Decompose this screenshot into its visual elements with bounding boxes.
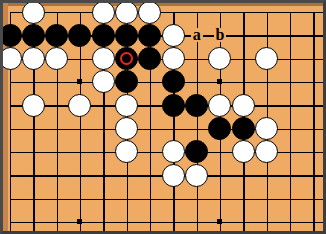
white-stone xyxy=(162,47,185,70)
board-cell xyxy=(278,47,301,70)
board-cell xyxy=(232,164,255,187)
board-cell xyxy=(185,187,208,210)
black-stone xyxy=(68,24,91,47)
board-cell xyxy=(208,164,231,187)
board-cell xyxy=(185,94,208,117)
board-cell xyxy=(255,0,278,23)
board-cell xyxy=(22,0,45,23)
white-stone xyxy=(138,1,161,24)
black-stone xyxy=(92,24,115,47)
white-stone xyxy=(22,1,45,24)
board-cell xyxy=(162,94,185,117)
board-cell xyxy=(255,117,278,140)
black-stone xyxy=(138,47,161,70)
point-label-a: a xyxy=(191,28,203,42)
board-cell xyxy=(45,0,68,23)
board-cell xyxy=(162,117,185,140)
board-cell xyxy=(0,0,22,23)
board-cell: b xyxy=(208,24,231,47)
board-cell xyxy=(232,0,255,23)
board-cell xyxy=(185,70,208,93)
white-stone xyxy=(208,47,231,70)
white-stone xyxy=(115,1,138,24)
board-cell xyxy=(138,140,161,163)
board-cell xyxy=(0,24,22,47)
board-cell xyxy=(92,70,115,93)
board-cell xyxy=(185,0,208,23)
board-cell xyxy=(138,164,161,187)
board-cell xyxy=(255,140,278,163)
board-cell xyxy=(22,210,45,233)
board-cell xyxy=(302,210,325,233)
board-cell xyxy=(232,187,255,210)
board-cell xyxy=(302,70,325,93)
board-cell xyxy=(0,94,22,117)
white-stone xyxy=(0,47,22,70)
board-cell xyxy=(45,70,68,93)
board-cell xyxy=(22,140,45,163)
black-stone xyxy=(45,24,68,47)
board-cell xyxy=(92,187,115,210)
white-stone xyxy=(115,117,138,140)
board-cell xyxy=(68,0,91,23)
board-cell xyxy=(208,187,231,210)
board-cell xyxy=(138,117,161,140)
board-cell: a xyxy=(185,24,208,47)
board-cell xyxy=(68,140,91,163)
board-cell xyxy=(45,117,68,140)
board-cell xyxy=(92,140,115,163)
white-stone xyxy=(232,140,255,163)
board-cell xyxy=(255,24,278,47)
board-cell xyxy=(185,164,208,187)
board-cell xyxy=(185,47,208,70)
red-circle-mark xyxy=(120,52,133,65)
board-cell xyxy=(92,164,115,187)
board-cell xyxy=(278,140,301,163)
white-stone xyxy=(255,140,278,163)
board-cell xyxy=(208,94,231,117)
board-cell xyxy=(278,70,301,93)
board-cell xyxy=(0,164,22,187)
board-cell xyxy=(45,140,68,163)
point-label-b: b xyxy=(214,28,227,42)
board-cell xyxy=(115,94,138,117)
board-cell xyxy=(115,210,138,233)
go-board-diagram: ab xyxy=(0,0,326,234)
board-cell xyxy=(255,94,278,117)
board-cell xyxy=(22,164,45,187)
board-cell xyxy=(92,24,115,47)
white-stone xyxy=(68,94,91,117)
board-cell xyxy=(92,117,115,140)
board-cell xyxy=(278,164,301,187)
board-cell xyxy=(45,94,68,117)
black-stone xyxy=(185,140,208,163)
star-point xyxy=(217,79,222,84)
board-cell xyxy=(115,187,138,210)
black-stone xyxy=(0,24,22,47)
white-stone xyxy=(45,47,68,70)
board-cell xyxy=(0,140,22,163)
board-cell xyxy=(68,117,91,140)
board-cell xyxy=(138,24,161,47)
board-cell xyxy=(45,210,68,233)
board-cell xyxy=(92,94,115,117)
star-point xyxy=(217,219,222,224)
white-stone xyxy=(92,1,115,24)
board-cell xyxy=(68,210,91,233)
board-cell xyxy=(22,117,45,140)
white-stone xyxy=(185,164,208,187)
board-cell xyxy=(68,47,91,70)
board-cell xyxy=(92,0,115,23)
board-cell xyxy=(185,117,208,140)
white-stone xyxy=(162,24,185,47)
board-cell xyxy=(0,47,22,70)
board-cell xyxy=(138,47,161,70)
board-cell xyxy=(302,24,325,47)
board-cell xyxy=(162,0,185,23)
board-cell xyxy=(162,187,185,210)
white-stone xyxy=(92,70,115,93)
black-stone xyxy=(208,117,231,140)
board-cell xyxy=(302,187,325,210)
board-cell xyxy=(302,117,325,140)
board-cell xyxy=(278,24,301,47)
board-cell xyxy=(68,70,91,93)
board-cell xyxy=(208,47,231,70)
board-cell xyxy=(232,117,255,140)
board-cell xyxy=(138,0,161,23)
black-stone xyxy=(138,24,161,47)
board-cell xyxy=(185,210,208,233)
board-cell xyxy=(68,24,91,47)
board-cell xyxy=(232,47,255,70)
white-stone xyxy=(92,47,115,70)
board-cell xyxy=(162,70,185,93)
black-stone xyxy=(115,70,138,93)
white-stone xyxy=(115,94,138,117)
board-cell xyxy=(208,117,231,140)
board-cell xyxy=(115,117,138,140)
black-stone xyxy=(162,70,185,93)
board-cell xyxy=(255,210,278,233)
white-stone xyxy=(162,164,185,187)
board-cell xyxy=(232,210,255,233)
board-cell xyxy=(0,117,22,140)
board-cell xyxy=(208,210,231,233)
board-cell xyxy=(115,0,138,23)
board-cell xyxy=(255,164,278,187)
board-cell xyxy=(162,164,185,187)
board-cell xyxy=(45,24,68,47)
board-cell xyxy=(255,70,278,93)
board-cell xyxy=(208,70,231,93)
black-stone xyxy=(22,24,45,47)
board-cell xyxy=(138,94,161,117)
board-cell xyxy=(92,210,115,233)
board-cell xyxy=(115,140,138,163)
board-cell xyxy=(232,94,255,117)
board-cell xyxy=(302,94,325,117)
black-stone xyxy=(162,94,185,117)
board-cell xyxy=(115,164,138,187)
board-cell xyxy=(162,210,185,233)
board-cell xyxy=(115,70,138,93)
board-cell xyxy=(185,140,208,163)
black-stone xyxy=(115,24,138,47)
board-cell xyxy=(0,70,22,93)
board-cell xyxy=(278,0,301,23)
star-point xyxy=(77,219,82,224)
board-cell xyxy=(232,70,255,93)
board-cell xyxy=(302,47,325,70)
white-stone xyxy=(115,140,138,163)
board-cell xyxy=(115,47,138,70)
board-cell xyxy=(302,0,325,23)
black-stone xyxy=(185,94,208,117)
board-cell xyxy=(255,47,278,70)
board-cell xyxy=(22,24,45,47)
white-stone xyxy=(22,47,45,70)
board-cell xyxy=(278,94,301,117)
white-stone xyxy=(162,140,185,163)
board-cell xyxy=(22,47,45,70)
board-cell xyxy=(232,140,255,163)
board-cell xyxy=(45,47,68,70)
board-cell xyxy=(302,140,325,163)
board-cell xyxy=(138,187,161,210)
white-stone xyxy=(232,94,255,117)
board-cell xyxy=(138,210,161,233)
black-stone xyxy=(232,117,255,140)
board-cell xyxy=(162,47,185,70)
white-stone xyxy=(255,117,278,140)
board-cell xyxy=(278,187,301,210)
board-cell xyxy=(45,187,68,210)
board-cell xyxy=(22,187,45,210)
white-stone xyxy=(22,94,45,117)
board-cell xyxy=(68,94,91,117)
board-grid: ab xyxy=(0,0,325,233)
board-cell xyxy=(278,210,301,233)
board-cell xyxy=(0,210,22,233)
board-cell xyxy=(92,47,115,70)
board-cell xyxy=(278,117,301,140)
board-cell xyxy=(68,164,91,187)
marked-black-stone xyxy=(115,47,138,70)
board-cell xyxy=(162,24,185,47)
board-cell xyxy=(22,94,45,117)
white-stone xyxy=(208,94,231,117)
board-cell xyxy=(162,140,185,163)
board-cell xyxy=(68,187,91,210)
board-cell xyxy=(115,24,138,47)
board-cell xyxy=(22,70,45,93)
board-cell xyxy=(232,24,255,47)
star-point xyxy=(77,79,82,84)
board-cell xyxy=(45,164,68,187)
board-cell xyxy=(138,70,161,93)
white-stone xyxy=(255,47,278,70)
board-cell xyxy=(0,187,22,210)
board-cell xyxy=(302,164,325,187)
board-cell xyxy=(208,0,231,23)
board-cell xyxy=(255,187,278,210)
board-cell xyxy=(208,140,231,163)
